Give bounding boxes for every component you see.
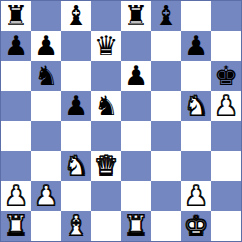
square-e7[interactable] [121, 31, 151, 61]
square-a2[interactable]: ♟ [1, 181, 31, 211]
square-h4[interactable] [211, 121, 241, 151]
white-rook[interactable]: ♜ [4, 212, 28, 239]
square-d6[interactable] [91, 61, 121, 91]
square-e5[interactable] [121, 91, 151, 121]
square-h3[interactable] [211, 151, 241, 181]
square-h1[interactable] [211, 211, 241, 241]
square-f8[interactable]: ♝ [151, 1, 181, 31]
square-c2[interactable] [61, 181, 91, 211]
square-c5[interactable]: ♟ [61, 91, 91, 121]
square-c8[interactable]: ♝ [61, 1, 91, 31]
black-bishop[interactable]: ♝ [154, 2, 178, 29]
square-b2[interactable]: ♟ [31, 181, 61, 211]
square-g7[interactable]: ♟ [181, 31, 211, 61]
black-rook[interactable]: ♜ [124, 2, 148, 29]
square-a6[interactable] [1, 61, 31, 91]
black-queen[interactable]: ♛ [94, 32, 118, 59]
square-a5[interactable] [1, 91, 31, 121]
black-pawn[interactable]: ♟ [4, 32, 28, 59]
black-knight[interactable]: ♞ [34, 62, 58, 89]
white-pawn[interactable]: ♟ [34, 182, 58, 209]
chess-board-container: ♜♝♜♝♟♟♛♟♞♟♚♟♞♞♟♞♛♟♟♟♜♝♜♚ [0, 0, 242, 242]
square-b6[interactable]: ♞ [31, 61, 61, 91]
square-h6[interactable]: ♚ [211, 61, 241, 91]
square-c6[interactable] [61, 61, 91, 91]
black-pawn[interactable]: ♟ [124, 62, 148, 89]
black-rook[interactable]: ♜ [4, 2, 28, 29]
square-f1[interactable] [151, 211, 181, 241]
square-h8[interactable] [211, 1, 241, 31]
square-e4[interactable] [121, 121, 151, 151]
square-g3[interactable] [181, 151, 211, 181]
white-pawn[interactable]: ♟ [214, 92, 238, 119]
square-c4[interactable] [61, 121, 91, 151]
square-d5[interactable]: ♞ [91, 91, 121, 121]
white-queen[interactable]: ♛ [94, 152, 118, 179]
square-e3[interactable] [121, 151, 151, 181]
square-f2[interactable] [151, 181, 181, 211]
square-g1[interactable]: ♚ [181, 211, 211, 241]
square-g6[interactable] [181, 61, 211, 91]
black-knight[interactable]: ♞ [94, 92, 118, 119]
square-d7[interactable]: ♛ [91, 31, 121, 61]
black-pawn[interactable]: ♟ [34, 32, 58, 59]
square-c1[interactable]: ♝ [61, 211, 91, 241]
square-b7[interactable]: ♟ [31, 31, 61, 61]
square-e1[interactable]: ♜ [121, 211, 151, 241]
square-b1[interactable] [31, 211, 61, 241]
square-d2[interactable] [91, 181, 121, 211]
square-g5[interactable]: ♞ [181, 91, 211, 121]
square-a3[interactable] [1, 151, 31, 181]
square-e2[interactable] [121, 181, 151, 211]
black-king[interactable]: ♚ [214, 62, 238, 89]
square-a1[interactable]: ♜ [1, 211, 31, 241]
black-bishop[interactable]: ♝ [64, 2, 88, 29]
square-d4[interactable] [91, 121, 121, 151]
square-b4[interactable] [31, 121, 61, 151]
square-a7[interactable]: ♟ [1, 31, 31, 61]
square-d8[interactable] [91, 1, 121, 31]
square-f4[interactable] [151, 121, 181, 151]
square-e8[interactable]: ♜ [121, 1, 151, 31]
white-pawn[interactable]: ♟ [184, 182, 208, 209]
square-c7[interactable] [61, 31, 91, 61]
square-b3[interactable] [31, 151, 61, 181]
square-d1[interactable] [91, 211, 121, 241]
square-h5[interactable]: ♟ [211, 91, 241, 121]
square-a8[interactable]: ♜ [1, 1, 31, 31]
square-c3[interactable]: ♞ [61, 151, 91, 181]
square-h2[interactable] [211, 181, 241, 211]
white-knight[interactable]: ♞ [64, 152, 88, 179]
square-g2[interactable]: ♟ [181, 181, 211, 211]
black-pawn[interactable]: ♟ [184, 32, 208, 59]
square-f3[interactable] [151, 151, 181, 181]
square-a4[interactable] [1, 121, 31, 151]
white-knight[interactable]: ♞ [184, 92, 208, 119]
square-f5[interactable] [151, 91, 181, 121]
white-bishop[interactable]: ♝ [64, 212, 88, 239]
square-e6[interactable]: ♟ [121, 61, 151, 91]
chess-board: ♜♝♜♝♟♟♛♟♞♟♚♟♞♞♟♞♛♟♟♟♜♝♜♚ [0, 0, 242, 242]
square-g4[interactable] [181, 121, 211, 151]
square-f6[interactable] [151, 61, 181, 91]
square-d3[interactable]: ♛ [91, 151, 121, 181]
square-f7[interactable] [151, 31, 181, 61]
square-h7[interactable] [211, 31, 241, 61]
white-king[interactable]: ♚ [184, 212, 208, 239]
square-g8[interactable] [181, 1, 211, 31]
square-b5[interactable] [31, 91, 61, 121]
white-pawn[interactable]: ♟ [4, 182, 28, 209]
square-b8[interactable] [31, 1, 61, 31]
black-pawn[interactable]: ♟ [64, 92, 88, 119]
white-rook[interactable]: ♜ [124, 212, 148, 239]
